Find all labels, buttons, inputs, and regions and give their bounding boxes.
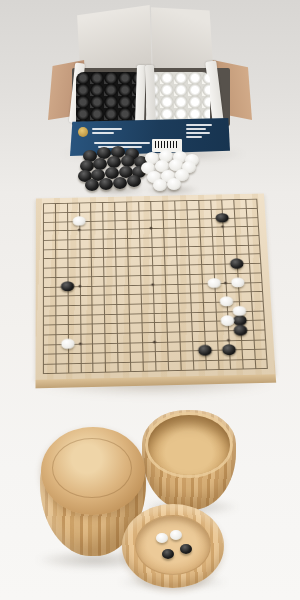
- black-stone: [127, 175, 141, 187]
- black-stone: [234, 325, 248, 336]
- white-stone-pile: [142, 150, 202, 192]
- white-stone: [72, 216, 85, 226]
- black-stone: [93, 158, 107, 170]
- black-stone: [85, 179, 99, 191]
- star-point: [153, 340, 156, 343]
- fine-print-line: [92, 128, 122, 130]
- white-stone: [153, 179, 167, 191]
- white-stone: [220, 296, 234, 307]
- black-stone: [61, 281, 74, 291]
- star-point: [149, 227, 152, 230]
- stone-dish-floor: [135, 515, 211, 575]
- fine-print-line: [186, 136, 202, 138]
- black-stone: [121, 155, 135, 167]
- fine-print-line: [186, 128, 206, 130]
- white-stone: [61, 338, 75, 349]
- star-point: [224, 281, 227, 284]
- black-stone: [162, 549, 174, 559]
- fine-print-line: [92, 132, 114, 134]
- white-stone: [221, 315, 235, 326]
- open-bowl-interior: [148, 415, 230, 475]
- black-stone: [222, 344, 236, 355]
- black-stone: [180, 544, 192, 554]
- brand-seal-icon: [78, 127, 88, 137]
- white-stone: [207, 278, 221, 288]
- white-stone: [156, 533, 168, 543]
- product-photo: [0, 0, 300, 600]
- go-board: [35, 193, 276, 388]
- fine-print-line: [94, 142, 150, 144]
- black-stone: [216, 213, 230, 223]
- lid-seam-ring: [52, 438, 132, 498]
- star-point: [151, 283, 154, 286]
- star-point: [77, 229, 80, 232]
- white-stone: [167, 178, 181, 190]
- white-stone: [231, 277, 245, 287]
- star-point: [78, 284, 81, 287]
- fine-print-line: [186, 132, 210, 134]
- go-bowl-open: [142, 410, 236, 510]
- black-stone: [113, 177, 127, 189]
- star-point: [227, 339, 230, 342]
- black-stone: [99, 178, 113, 190]
- black-stone: [198, 345, 212, 356]
- white-stone: [233, 305, 247, 316]
- stone-dish: [122, 504, 224, 588]
- star-point: [221, 225, 224, 228]
- black-stone: [107, 156, 121, 168]
- black-stone: [230, 258, 244, 268]
- box-compartment-black-stones: [76, 72, 142, 126]
- go-board-overlay: [43, 199, 268, 374]
- white-stone: [170, 530, 182, 540]
- fine-print-line: [186, 124, 212, 126]
- go-board-face: [36, 193, 276, 379]
- star-point: [78, 342, 81, 345]
- black-stone-pile: [82, 146, 150, 192]
